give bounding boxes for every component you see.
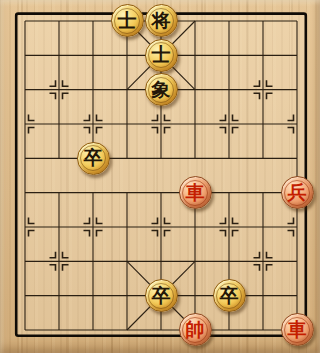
- black-soldier-3[interactable]: 卒: [213, 279, 246, 312]
- xiangqi-board: 士将士象卒車兵卒卒帥車: [0, 0, 320, 353]
- red-general[interactable]: 帥: [179, 313, 212, 346]
- black-elephant-1[interactable]: 象: [145, 73, 178, 106]
- red-chariot-1[interactable]: 車: [179, 176, 212, 209]
- black-soldier-1[interactable]: 卒: [77, 142, 110, 175]
- piece-grid: 士将士象卒車兵卒卒帥車: [8, 4, 314, 347]
- black-general[interactable]: 将: [145, 4, 178, 37]
- red-chariot-2[interactable]: 車: [281, 313, 314, 346]
- red-soldier-1[interactable]: 兵: [281, 176, 314, 209]
- black-soldier-2[interactable]: 卒: [145, 279, 178, 312]
- black-advisor-2[interactable]: 士: [145, 39, 178, 72]
- black-advisor-1[interactable]: 士: [111, 4, 144, 37]
